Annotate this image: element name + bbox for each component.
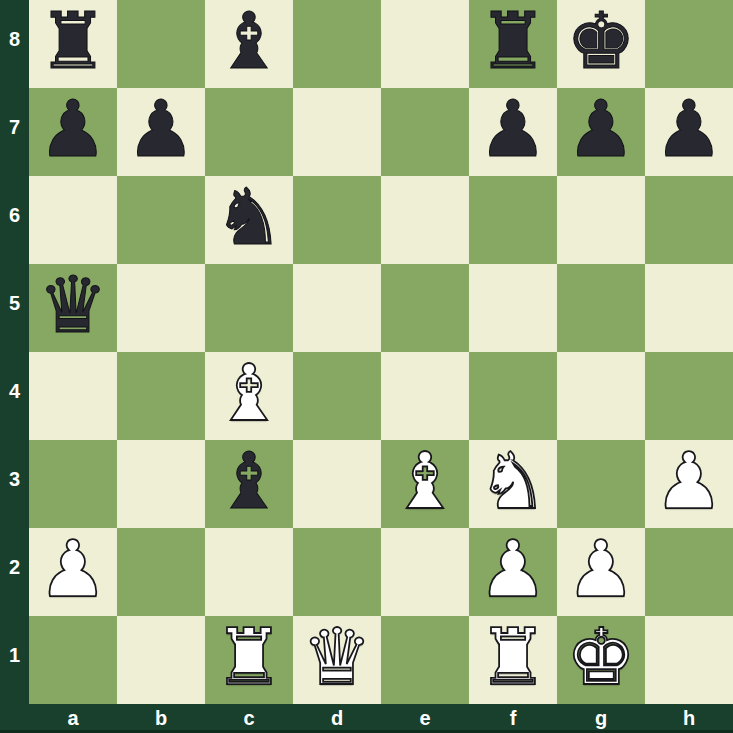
square-b6[interactable] [117, 176, 205, 264]
square-d8[interactable] [293, 0, 381, 88]
rank-label-8: 8 [0, 0, 29, 88]
black-pawn-piece[interactable]: ♟ [654, 90, 724, 168]
square-a5[interactable]: ♛ [29, 264, 117, 352]
square-d3[interactable] [293, 440, 381, 528]
square-e4[interactable] [381, 352, 469, 440]
square-f5[interactable] [469, 264, 557, 352]
rank-label-4: 4 [0, 352, 29, 440]
square-d1[interactable]: ♛ [293, 616, 381, 704]
square-a7[interactable]: ♟ [29, 88, 117, 176]
rank-label-2: 2 [0, 528, 29, 616]
square-a1[interactable] [29, 616, 117, 704]
square-e8[interactable] [381, 0, 469, 88]
square-d2[interactable] [293, 528, 381, 616]
square-c8[interactable]: ♝ [205, 0, 293, 88]
white-pawn-piece[interactable]: ♟ [38, 530, 108, 608]
square-e2[interactable] [381, 528, 469, 616]
square-h7[interactable]: ♟ [645, 88, 733, 176]
square-c6[interactable]: ♞ [205, 176, 293, 264]
square-d5[interactable] [293, 264, 381, 352]
file-label-f: f [469, 704, 557, 733]
file-label-h: h [645, 704, 733, 733]
white-pawn-piece[interactable]: ♟ [654, 442, 724, 520]
file-label-d: d [293, 704, 381, 733]
square-h4[interactable] [645, 352, 733, 440]
board-corner [0, 704, 29, 733]
square-d6[interactable] [293, 176, 381, 264]
rank-label-1: 1 [0, 616, 29, 704]
chess-board: 8♜♝♜♚7♟♟♟♟♟6♞5♛4♝3♝♝♞♟2♟♟♟1♜♛♜♚abcdefgh [0, 0, 733, 733]
file-label-b: b [117, 704, 205, 733]
black-pawn-piece[interactable]: ♟ [126, 90, 196, 168]
square-c2[interactable] [205, 528, 293, 616]
file-label-c: c [205, 704, 293, 733]
white-queen-piece[interactable]: ♛ [302, 618, 372, 696]
square-g3[interactable] [557, 440, 645, 528]
square-c7[interactable] [205, 88, 293, 176]
square-f1[interactable]: ♜ [469, 616, 557, 704]
rank-label-5: 5 [0, 264, 29, 352]
square-a3[interactable] [29, 440, 117, 528]
square-h5[interactable] [645, 264, 733, 352]
square-g6[interactable] [557, 176, 645, 264]
white-rook-piece[interactable]: ♜ [214, 618, 284, 696]
file-label-a: a [29, 704, 117, 733]
square-c4[interactable]: ♝ [205, 352, 293, 440]
square-b1[interactable] [117, 616, 205, 704]
square-g4[interactable] [557, 352, 645, 440]
black-queen-piece[interactable]: ♛ [38, 266, 108, 344]
white-pawn-piece[interactable]: ♟ [566, 530, 636, 608]
square-b7[interactable]: ♟ [117, 88, 205, 176]
square-h6[interactable] [645, 176, 733, 264]
black-rook-piece[interactable]: ♜ [478, 2, 548, 80]
white-rook-piece[interactable]: ♜ [478, 618, 548, 696]
square-f8[interactable]: ♜ [469, 0, 557, 88]
square-h8[interactable] [645, 0, 733, 88]
square-g1[interactable]: ♚ [557, 616, 645, 704]
rank-label-6: 6 [0, 176, 29, 264]
square-b5[interactable] [117, 264, 205, 352]
rank-label-3: 3 [0, 440, 29, 528]
square-f4[interactable] [469, 352, 557, 440]
square-f3[interactable]: ♞ [469, 440, 557, 528]
square-h1[interactable] [645, 616, 733, 704]
square-h2[interactable] [645, 528, 733, 616]
white-bishop-piece[interactable]: ♝ [214, 354, 284, 432]
black-knight-piece[interactable]: ♞ [214, 178, 284, 256]
square-d4[interactable] [293, 352, 381, 440]
square-e5[interactable] [381, 264, 469, 352]
square-a4[interactable] [29, 352, 117, 440]
square-e7[interactable] [381, 88, 469, 176]
black-pawn-piece[interactable]: ♟ [566, 90, 636, 168]
square-g2[interactable]: ♟ [557, 528, 645, 616]
square-b8[interactable] [117, 0, 205, 88]
square-f7[interactable]: ♟ [469, 88, 557, 176]
square-a8[interactable]: ♜ [29, 0, 117, 88]
square-e6[interactable] [381, 176, 469, 264]
black-pawn-piece[interactable]: ♟ [38, 90, 108, 168]
square-b2[interactable] [117, 528, 205, 616]
white-king-piece[interactable]: ♚ [566, 618, 636, 696]
square-e1[interactable] [381, 616, 469, 704]
black-bishop-piece[interactable]: ♝ [214, 442, 284, 520]
square-c1[interactable]: ♜ [205, 616, 293, 704]
square-d7[interactable] [293, 88, 381, 176]
square-a6[interactable] [29, 176, 117, 264]
square-b3[interactable] [117, 440, 205, 528]
square-g5[interactable] [557, 264, 645, 352]
black-rook-piece[interactable]: ♜ [38, 2, 108, 80]
black-bishop-piece[interactable]: ♝ [214, 2, 284, 80]
rank-label-7: 7 [0, 88, 29, 176]
file-label-g: g [557, 704, 645, 733]
white-pawn-piece[interactable]: ♟ [478, 530, 548, 608]
white-knight-piece[interactable]: ♞ [478, 442, 548, 520]
square-g8[interactable]: ♚ [557, 0, 645, 88]
square-f6[interactable] [469, 176, 557, 264]
square-c5[interactable] [205, 264, 293, 352]
square-h3[interactable]: ♟ [645, 440, 733, 528]
white-bishop-piece[interactable]: ♝ [390, 442, 460, 520]
square-b4[interactable] [117, 352, 205, 440]
black-pawn-piece[interactable]: ♟ [478, 90, 548, 168]
square-a2[interactable]: ♟ [29, 528, 117, 616]
square-f2[interactable]: ♟ [469, 528, 557, 616]
square-g7[interactable]: ♟ [557, 88, 645, 176]
square-c3[interactable]: ♝ [205, 440, 293, 528]
square-e3[interactable]: ♝ [381, 440, 469, 528]
file-label-e: e [381, 704, 469, 733]
black-king-piece[interactable]: ♚ [566, 2, 636, 80]
